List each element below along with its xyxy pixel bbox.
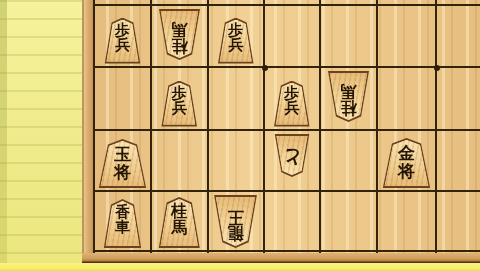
kanji-char: 将	[398, 163, 415, 180]
grid-line-vertical-0	[93, 0, 95, 253]
kanji-char: 馬	[340, 83, 356, 99]
shogi-board-surface	[82, 0, 480, 263]
kanji-char: 兵	[228, 38, 243, 53]
kanji-char: 王	[228, 209, 244, 225]
kanji-char: 兵	[284, 101, 299, 116]
grid-line-vertical-3	[263, 0, 265, 253]
grid-line-horizontal-4	[93, 250, 480, 252]
grid-line-vertical-6	[435, 0, 437, 253]
star-point-1	[434, 65, 440, 71]
kanji-char: 龍	[228, 225, 244, 241]
kanji-char: 兵	[115, 38, 130, 53]
grid-line-vertical-1	[150, 0, 152, 253]
grid-line-vertical-4	[319, 0, 321, 253]
kanji-char: 馬	[171, 21, 187, 37]
grid-line-horizontal-0	[93, 4, 480, 6]
kanji-char: 玉	[114, 146, 131, 163]
room-background-edge	[0, 0, 7, 271]
anime-shogi-scene: 歩兵桂馬歩兵歩兵歩兵桂馬玉将と金将香車桂馬龍王	[0, 0, 480, 271]
star-point-0	[262, 65, 268, 71]
kanji-char: 金	[398, 145, 415, 162]
kanji-char: 桂	[340, 99, 356, 115]
floor-strip	[0, 263, 480, 271]
kanji-char: 兵	[172, 101, 187, 116]
grid-line-horizontal-1	[93, 66, 480, 68]
kanji-char: 将	[114, 164, 131, 181]
room-background	[0, 0, 82, 271]
grid-line-horizontal-2	[93, 129, 480, 131]
kanji-char: 車	[115, 220, 130, 235]
grid-line-vertical-2	[207, 0, 209, 253]
board-bottom-edge	[82, 253, 480, 263]
kanji-char: 馬	[171, 220, 187, 236]
grid-line-horizontal-3	[93, 190, 480, 192]
kanji-char: 桂	[171, 37, 187, 53]
kanji-char: と	[282, 147, 301, 166]
grid-line-vertical-5	[376, 0, 378, 253]
